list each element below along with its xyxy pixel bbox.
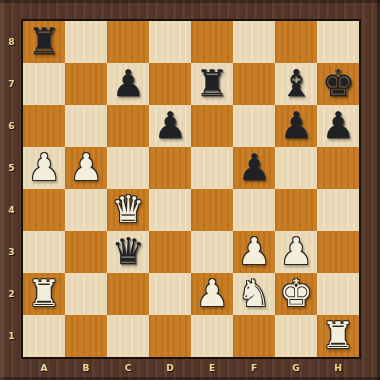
square-f6[interactable] xyxy=(233,105,275,147)
square-c1[interactable] xyxy=(107,315,149,357)
piece-black-pawn[interactable]: ♟ xyxy=(111,63,144,105)
piece-black-king[interactable]: ♚ xyxy=(321,63,354,105)
square-c2[interactable] xyxy=(107,273,149,315)
rank-label-3: 3 xyxy=(0,231,23,273)
square-h6[interactable]: ♟ xyxy=(317,105,359,147)
square-d4[interactable] xyxy=(149,189,191,231)
square-e5[interactable] xyxy=(191,147,233,189)
square-f7[interactable] xyxy=(233,63,275,105)
square-g2[interactable]: ♚ xyxy=(275,273,317,315)
square-c4[interactable]: ♛ xyxy=(107,189,149,231)
piece-black-queen[interactable]: ♛ xyxy=(111,231,144,273)
square-b5[interactable]: ♟ xyxy=(65,147,107,189)
piece-white-pawn[interactable]: ♟ xyxy=(279,231,312,273)
square-e4[interactable] xyxy=(191,189,233,231)
square-b3[interactable] xyxy=(65,231,107,273)
file-label-d: D xyxy=(149,357,191,378)
square-d5[interactable] xyxy=(149,147,191,189)
rank-label-2: 2 xyxy=(0,273,23,315)
square-a4[interactable] xyxy=(23,189,65,231)
square-a3[interactable] xyxy=(23,231,65,273)
square-g3[interactable]: ♟ xyxy=(275,231,317,273)
square-d8[interactable] xyxy=(149,21,191,63)
piece-white-pawn[interactable]: ♟ xyxy=(237,231,270,273)
square-f8[interactable] xyxy=(233,21,275,63)
square-a1[interactable] xyxy=(23,315,65,357)
piece-black-rook[interactable]: ♜ xyxy=(27,21,60,63)
square-d1[interactable] xyxy=(149,315,191,357)
rank-label-1: 1 xyxy=(0,315,23,357)
square-b6[interactable] xyxy=(65,105,107,147)
piece-white-queen[interactable]: ♛ xyxy=(111,189,144,231)
square-h7[interactable]: ♚ xyxy=(317,63,359,105)
square-g6[interactable]: ♟ xyxy=(275,105,317,147)
piece-black-pawn[interactable]: ♟ xyxy=(153,105,186,147)
piece-white-rook[interactable]: ♜ xyxy=(321,315,354,357)
square-h4[interactable] xyxy=(317,189,359,231)
square-h5[interactable] xyxy=(317,147,359,189)
square-e8[interactable] xyxy=(191,21,233,63)
square-c8[interactable] xyxy=(107,21,149,63)
square-c7[interactable]: ♟ xyxy=(107,63,149,105)
square-a7[interactable] xyxy=(23,63,65,105)
square-e3[interactable] xyxy=(191,231,233,273)
piece-white-pawn[interactable]: ♟ xyxy=(27,147,60,189)
square-d7[interactable] xyxy=(149,63,191,105)
piece-black-pawn[interactable]: ♟ xyxy=(279,105,312,147)
file-label-h: H xyxy=(317,357,359,378)
square-f5[interactable]: ♟ xyxy=(233,147,275,189)
file-label-b: B xyxy=(65,357,107,378)
piece-white-pawn[interactable]: ♟ xyxy=(69,147,102,189)
rank-label-4: 4 xyxy=(0,189,23,231)
square-e2[interactable]: ♟ xyxy=(191,273,233,315)
file-label-f: F xyxy=(233,357,275,378)
rank-label-8: 8 xyxy=(0,21,23,63)
square-e7[interactable]: ♜ xyxy=(191,63,233,105)
square-e1[interactable] xyxy=(191,315,233,357)
square-h2[interactable] xyxy=(317,273,359,315)
square-d6[interactable]: ♟ xyxy=(149,105,191,147)
square-a8[interactable]: ♜ xyxy=(23,21,65,63)
square-a2[interactable]: ♜ xyxy=(23,273,65,315)
square-f3[interactable]: ♟ xyxy=(233,231,275,273)
file-label-g: G xyxy=(275,357,317,378)
square-f2[interactable]: ♞ xyxy=(233,273,275,315)
square-b2[interactable] xyxy=(65,273,107,315)
square-c5[interactable] xyxy=(107,147,149,189)
square-f4[interactable] xyxy=(233,189,275,231)
square-h3[interactable] xyxy=(317,231,359,273)
rank-label-5: 5 xyxy=(0,147,23,189)
square-c3[interactable]: ♛ xyxy=(107,231,149,273)
square-g1[interactable] xyxy=(275,315,317,357)
board-frame: ♜♟♜♝♚♟♟♟♟♟♟♛♛♟♟♜♟♞♚♜ 87654321 ABCDEFGH xyxy=(0,0,380,380)
piece-white-king[interactable]: ♚ xyxy=(279,273,312,315)
square-e6[interactable] xyxy=(191,105,233,147)
file-label-c: C xyxy=(107,357,149,378)
square-b7[interactable] xyxy=(65,63,107,105)
square-d3[interactable] xyxy=(149,231,191,273)
piece-black-bishop[interactable]: ♝ xyxy=(279,63,312,105)
chess-board: ♜♟♜♝♚♟♟♟♟♟♟♛♛♟♟♜♟♞♚♜ xyxy=(23,21,359,357)
piece-black-rook[interactable]: ♜ xyxy=(195,63,228,105)
square-g7[interactable]: ♝ xyxy=(275,63,317,105)
square-b4[interactable] xyxy=(65,189,107,231)
rank-label-6: 6 xyxy=(0,105,23,147)
piece-white-rook[interactable]: ♜ xyxy=(27,273,60,315)
square-g5[interactable] xyxy=(275,147,317,189)
square-c6[interactable] xyxy=(107,105,149,147)
square-b1[interactable] xyxy=(65,315,107,357)
piece-white-pawn[interactable]: ♟ xyxy=(195,273,228,315)
piece-black-pawn[interactable]: ♟ xyxy=(237,147,270,189)
rank-label-7: 7 xyxy=(0,63,23,105)
piece-white-knight[interactable]: ♞ xyxy=(237,273,270,315)
file-label-a: A xyxy=(23,357,65,378)
file-label-e: E xyxy=(191,357,233,378)
square-f1[interactable] xyxy=(233,315,275,357)
square-b8[interactable] xyxy=(65,21,107,63)
piece-black-pawn[interactable]: ♟ xyxy=(321,105,354,147)
square-h8[interactable] xyxy=(317,21,359,63)
square-d2[interactable] xyxy=(149,273,191,315)
square-a5[interactable]: ♟ xyxy=(23,147,65,189)
square-h1[interactable]: ♜ xyxy=(317,315,359,357)
square-g8[interactable] xyxy=(275,21,317,63)
square-g4[interactable] xyxy=(275,189,317,231)
square-a6[interactable] xyxy=(23,105,65,147)
